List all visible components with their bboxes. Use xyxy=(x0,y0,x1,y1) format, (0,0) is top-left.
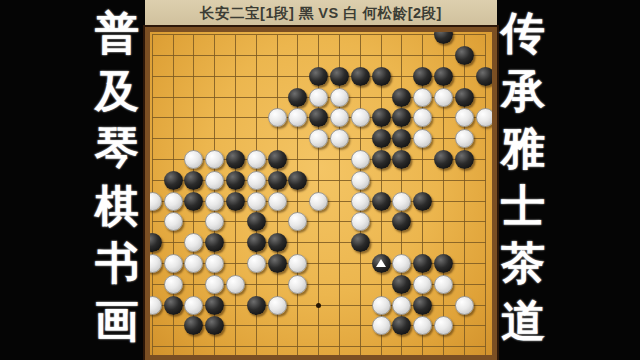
white-stone[interactable] xyxy=(205,275,224,294)
banner-char: 雅 xyxy=(497,121,549,175)
black-stone[interactable] xyxy=(392,108,411,127)
grid-line-vertical xyxy=(297,35,298,355)
white-stone[interactable] xyxy=(164,212,183,231)
black-stone[interactable] xyxy=(413,192,432,211)
black-stone[interactable] xyxy=(413,296,432,315)
white-stone[interactable] xyxy=(413,88,432,107)
white-stone[interactable] xyxy=(247,192,266,211)
white-stone[interactable] xyxy=(184,296,203,315)
black-stone[interactable] xyxy=(392,316,411,335)
black-stone[interactable] xyxy=(205,316,224,335)
white-stone[interactable] xyxy=(288,275,307,294)
black-stone[interactable] xyxy=(476,67,492,86)
grid-line-horizontal xyxy=(152,221,486,222)
banner-char: 茶 xyxy=(497,236,549,290)
black-stone[interactable] xyxy=(434,150,453,169)
black-stone[interactable] xyxy=(372,108,391,127)
white-stone[interactable] xyxy=(205,150,224,169)
black-stone[interactable] xyxy=(288,88,307,107)
banner-char: 士 xyxy=(497,179,549,233)
black-stone[interactable] xyxy=(372,192,391,211)
black-stone[interactable] xyxy=(226,171,245,190)
match-title-text: 长安二宝[1段] 黑 VS 白 何松龄[2段] xyxy=(200,4,442,23)
white-stone[interactable] xyxy=(351,212,370,231)
black-stone[interactable] xyxy=(247,296,266,315)
black-stone[interactable] xyxy=(288,171,307,190)
white-stone[interactable] xyxy=(184,254,203,273)
white-stone[interactable] xyxy=(247,254,266,273)
banner-char: 画 xyxy=(91,294,143,348)
black-stone[interactable] xyxy=(247,212,266,231)
star-point xyxy=(316,303,321,308)
white-stone[interactable] xyxy=(268,192,287,211)
white-stone[interactable] xyxy=(434,275,453,294)
white-stone[interactable] xyxy=(288,108,307,127)
black-stone[interactable] xyxy=(372,150,391,169)
white-stone[interactable] xyxy=(150,192,162,211)
white-stone[interactable] xyxy=(164,275,183,294)
white-stone[interactable] xyxy=(164,254,183,273)
white-stone[interactable] xyxy=(288,212,307,231)
black-stone[interactable] xyxy=(268,150,287,169)
white-stone[interactable] xyxy=(330,129,349,148)
black-stone[interactable] xyxy=(392,150,411,169)
black-stone[interactable] xyxy=(434,67,453,86)
black-stone[interactable] xyxy=(372,254,391,273)
white-stone[interactable] xyxy=(268,108,287,127)
white-stone[interactable] xyxy=(330,108,349,127)
white-stone[interactable] xyxy=(226,275,245,294)
black-stone[interactable] xyxy=(392,275,411,294)
banner-char: 及 xyxy=(91,64,143,118)
black-stone[interactable] xyxy=(205,296,224,315)
white-stone[interactable] xyxy=(164,192,183,211)
white-stone[interactable] xyxy=(351,192,370,211)
black-stone[interactable] xyxy=(413,254,432,273)
black-stone[interactable] xyxy=(164,171,183,190)
black-stone[interactable] xyxy=(164,296,183,315)
banner-char: 普 xyxy=(91,6,143,60)
white-stone[interactable] xyxy=(351,150,370,169)
black-stone[interactable] xyxy=(226,192,245,211)
white-stone[interactable] xyxy=(150,296,162,315)
white-stone[interactable] xyxy=(309,88,328,107)
white-stone[interactable] xyxy=(205,254,224,273)
white-stone[interactable] xyxy=(247,150,266,169)
white-stone[interactable] xyxy=(268,296,287,315)
black-stone[interactable] xyxy=(205,233,224,252)
white-stone[interactable] xyxy=(372,316,391,335)
white-stone[interactable] xyxy=(413,129,432,148)
black-stone[interactable] xyxy=(455,46,474,65)
black-stone[interactable] xyxy=(372,129,391,148)
black-stone[interactable] xyxy=(184,316,203,335)
white-stone[interactable] xyxy=(205,212,224,231)
black-stone[interactable] xyxy=(184,192,203,211)
banner-char: 承 xyxy=(497,64,549,118)
white-stone[interactable] xyxy=(455,296,474,315)
white-stone[interactable] xyxy=(434,316,453,335)
black-stone[interactable] xyxy=(351,233,370,252)
black-stone[interactable] xyxy=(392,212,411,231)
white-stone[interactable] xyxy=(351,171,370,190)
white-stone[interactable] xyxy=(205,192,224,211)
black-stone[interactable] xyxy=(351,67,370,86)
black-stone[interactable] xyxy=(268,171,287,190)
go-board-grid[interactable] xyxy=(150,32,492,355)
black-stone[interactable] xyxy=(330,67,349,86)
black-stone[interactable] xyxy=(434,254,453,273)
white-stone[interactable] xyxy=(309,129,328,148)
white-stone[interactable] xyxy=(455,108,474,127)
white-stone[interactable] xyxy=(476,108,492,127)
white-stone[interactable] xyxy=(150,254,162,273)
white-stone[interactable] xyxy=(392,296,411,315)
screen: 长安二宝[1段] 黑 VS 白 何松龄[2段] 普及琴棋书画传承雅士茶道 xyxy=(0,0,640,360)
white-stone[interactable] xyxy=(372,296,391,315)
black-stone[interactable] xyxy=(392,88,411,107)
banner-char: 棋 xyxy=(91,179,143,233)
black-stone[interactable] xyxy=(247,233,266,252)
match-title-bar: 长安二宝[1段] 黑 VS 白 何松龄[2段] xyxy=(145,0,497,27)
black-stone[interactable] xyxy=(392,129,411,148)
white-stone[interactable] xyxy=(413,275,432,294)
black-stone[interactable] xyxy=(268,254,287,273)
white-stone[interactable] xyxy=(392,192,411,211)
grid-line-horizontal xyxy=(152,346,486,347)
white-stone[interactable] xyxy=(288,254,307,273)
black-stone[interactable] xyxy=(309,108,328,127)
go-board[interactable] xyxy=(145,27,497,360)
black-stone[interactable] xyxy=(413,67,432,86)
white-stone[interactable] xyxy=(413,108,432,127)
white-stone[interactable] xyxy=(330,88,349,107)
black-stone[interactable] xyxy=(150,233,162,252)
black-stone[interactable] xyxy=(184,171,203,190)
white-stone[interactable] xyxy=(434,88,453,107)
grid-line-horizontal xyxy=(152,55,486,56)
white-stone[interactable] xyxy=(205,171,224,190)
white-stone[interactable] xyxy=(247,171,266,190)
black-stone[interactable] xyxy=(268,233,287,252)
black-stone[interactable] xyxy=(455,150,474,169)
black-stone[interactable] xyxy=(455,88,474,107)
black-stone[interactable] xyxy=(226,150,245,169)
banner-char: 书 xyxy=(91,236,143,290)
black-stone[interactable] xyxy=(372,67,391,86)
white-stone[interactable] xyxy=(351,108,370,127)
white-stone[interactable] xyxy=(309,192,328,211)
banner-char: 道 xyxy=(497,294,549,348)
white-stone[interactable] xyxy=(455,129,474,148)
black-stone[interactable] xyxy=(434,32,453,44)
white-stone[interactable] xyxy=(392,254,411,273)
banner-char: 琴 xyxy=(91,121,143,175)
last-move-triangle-marker xyxy=(376,259,386,267)
black-stone[interactable] xyxy=(309,67,328,86)
banner-char: 传 xyxy=(497,6,549,60)
white-stone[interactable] xyxy=(184,150,203,169)
white-stone[interactable] xyxy=(413,316,432,335)
white-stone[interactable] xyxy=(184,233,203,252)
